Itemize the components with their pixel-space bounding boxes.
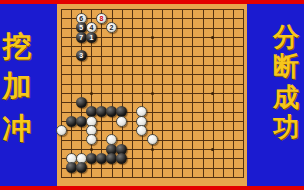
grid-cell	[183, 150, 193, 159]
grid-cell	[173, 159, 183, 168]
grid-cell	[234, 19, 244, 28]
grid-cell	[72, 85, 82, 94]
grid-cell	[214, 29, 224, 38]
grid-cell	[153, 159, 163, 168]
grid-cell	[113, 38, 123, 47]
grid-cell	[163, 29, 173, 38]
grid-cell	[224, 75, 234, 84]
grid-cell	[193, 141, 203, 150]
grid-cell	[224, 66, 234, 75]
grid-cell	[234, 57, 244, 66]
grid-cell	[204, 94, 214, 103]
grid-cell	[183, 103, 193, 112]
grid-cell	[193, 122, 203, 131]
grid-cell	[173, 10, 183, 19]
grid-cell	[102, 57, 112, 66]
grid-cell	[234, 47, 244, 56]
grid-cell	[224, 85, 234, 94]
grid-cell	[214, 113, 224, 122]
grid-cell	[143, 66, 153, 75]
grid-cell	[193, 94, 203, 103]
grid-cell	[123, 57, 133, 66]
grid-cell	[173, 47, 183, 56]
grid-cell	[183, 29, 193, 38]
grid-cell	[153, 122, 163, 131]
grid-cell	[113, 85, 123, 94]
grid-cell	[102, 66, 112, 75]
grid-cell	[214, 19, 224, 28]
grid-cell	[153, 103, 163, 112]
grid-cell	[153, 75, 163, 84]
grid-cell	[214, 159, 224, 168]
grid-cell	[224, 159, 234, 168]
grid-cell	[123, 29, 133, 38]
grid-cell	[133, 57, 143, 66]
grid-cell	[224, 113, 234, 122]
grid-cell	[214, 131, 224, 140]
grid-cell	[153, 150, 163, 159]
grid-cell	[163, 159, 173, 168]
grid-cell	[62, 47, 72, 56]
grid-cell	[92, 94, 102, 103]
grid-cell	[234, 141, 244, 150]
grid-cell	[153, 47, 163, 56]
grid-cell	[204, 10, 214, 19]
grid-cell	[204, 19, 214, 28]
grid-cell	[193, 38, 203, 47]
grid-cell	[224, 29, 234, 38]
grid-cell	[193, 57, 203, 66]
grid-cell	[193, 150, 203, 159]
star-point	[211, 148, 214, 151]
grid-cell	[214, 47, 224, 56]
grid-cell	[224, 141, 234, 150]
grid-cell	[234, 150, 244, 159]
grid-cell	[183, 10, 193, 19]
grid-cell	[82, 75, 92, 84]
grid-cell	[133, 85, 143, 94]
grid-cell	[62, 103, 72, 112]
grid-cell	[224, 94, 234, 103]
grid-cell	[204, 122, 214, 131]
grid-cell	[123, 47, 133, 56]
grid-cell	[214, 10, 224, 19]
caption-right-char-4: 功	[269, 114, 303, 141]
grid-cell	[173, 19, 183, 28]
grid-cell	[183, 47, 193, 56]
grid-cell	[224, 131, 234, 140]
grid-cell	[163, 150, 173, 159]
grid-cell	[123, 85, 133, 94]
grid-cell	[102, 94, 112, 103]
star-point	[151, 148, 154, 151]
go-lesson-screenshot: 挖 加 冲 分 断 成 功 68542713	[0, 0, 304, 190]
grid-cell	[183, 38, 193, 47]
grid-cell	[123, 94, 133, 103]
grid-cell	[133, 141, 143, 150]
grid-cell	[173, 66, 183, 75]
grid-cell	[133, 150, 143, 159]
grid-cell	[143, 94, 153, 103]
grid-cell	[204, 150, 214, 159]
grid-cell	[234, 38, 244, 47]
grid-cell	[204, 169, 214, 178]
grid-cell	[123, 75, 133, 84]
grid-cell	[224, 150, 234, 159]
grid-cell	[113, 10, 123, 19]
black-stone-move-3: 3	[76, 50, 87, 61]
grid-cell	[163, 57, 173, 66]
grid-cell	[153, 29, 163, 38]
grid-cell	[163, 19, 173, 28]
grid-cell	[153, 113, 163, 122]
grid-cell	[183, 141, 193, 150]
grid-cell	[153, 38, 163, 47]
grid-cell	[224, 169, 234, 178]
grid-cell	[214, 57, 224, 66]
grid-cell	[153, 66, 163, 75]
grid-cell	[234, 131, 244, 140]
grid-cell	[193, 103, 203, 112]
grid-cell	[224, 38, 234, 47]
grid-cell	[173, 169, 183, 178]
grid-cell	[214, 169, 224, 178]
white-stone	[147, 134, 158, 145]
grid-cell	[133, 29, 143, 38]
grid-cell	[153, 169, 163, 178]
grid-cell	[214, 122, 224, 131]
grid-cell	[123, 10, 133, 19]
white-stone-move-8: 8	[96, 13, 107, 24]
grid-cell	[234, 103, 244, 112]
grid-cell	[183, 75, 193, 84]
grid-cell	[72, 66, 82, 75]
grid-cell	[204, 103, 214, 112]
grid-cell	[102, 122, 112, 131]
grid-cell	[183, 85, 193, 94]
grid-cell	[224, 19, 234, 28]
grid-cell	[62, 29, 72, 38]
bottom-red-banner	[0, 186, 304, 190]
grid-cell	[204, 131, 214, 140]
grid-cell	[234, 159, 244, 168]
grid-cell	[234, 66, 244, 75]
grid-cell	[62, 19, 72, 28]
black-stone-move-1: 1	[86, 32, 97, 43]
grid-cell	[173, 38, 183, 47]
grid-cell	[224, 47, 234, 56]
grid-cell	[214, 66, 224, 75]
grid-cell	[133, 75, 143, 84]
grid-cell	[113, 47, 123, 56]
grid-cell	[102, 38, 112, 47]
grid-cell	[143, 47, 153, 56]
grid-cell	[183, 131, 193, 140]
grid-cell	[123, 19, 133, 28]
caption-left-char-2: 加	[0, 71, 34, 101]
grid-cell	[224, 122, 234, 131]
grid-cell	[153, 94, 163, 103]
grid-cell	[143, 38, 153, 47]
grid-cell	[193, 75, 203, 84]
grid-cell	[163, 131, 173, 140]
grid-cell	[193, 47, 203, 56]
grid-cell	[163, 85, 173, 94]
grid-cell	[173, 150, 183, 159]
white-stone	[86, 134, 97, 145]
grid-cell	[133, 159, 143, 168]
white-stone	[56, 125, 67, 136]
grid-cell	[214, 150, 224, 159]
star-point	[151, 36, 154, 39]
grid-cell	[224, 10, 234, 19]
grid-cell	[102, 47, 112, 56]
grid-cell	[234, 10, 244, 19]
caption-left-char-3: 冲	[0, 113, 34, 143]
grid-cell	[113, 169, 123, 178]
star-point	[211, 36, 214, 39]
grid-cell	[214, 103, 224, 112]
grid-cell	[193, 10, 203, 19]
grid-cell	[153, 57, 163, 66]
grid-cell	[163, 75, 173, 84]
grid-cell	[113, 94, 123, 103]
grid-cell	[62, 66, 72, 75]
grid-cell	[163, 47, 173, 56]
caption-right-char-3: 成	[269, 84, 303, 111]
caption-left-char-1: 挖	[0, 31, 34, 61]
grid-cell	[133, 10, 143, 19]
grid-cell	[163, 94, 173, 103]
grid-cell	[183, 113, 193, 122]
grid-cell	[123, 131, 133, 140]
grid-cell	[123, 38, 133, 47]
black-stone	[66, 116, 77, 127]
star-point	[151, 92, 154, 95]
grid-cell	[173, 131, 183, 140]
grid-cell	[163, 103, 173, 112]
grid-cell	[234, 75, 244, 84]
grid-cell	[72, 141, 82, 150]
grid-cell	[183, 66, 193, 75]
grid-cell	[143, 159, 153, 168]
black-stone	[76, 97, 87, 108]
grid-cell	[183, 57, 193, 66]
grid-cell	[173, 94, 183, 103]
grid-cell	[92, 75, 102, 84]
grid-cell	[113, 57, 123, 66]
grid-cell	[153, 10, 163, 19]
grid-cell	[183, 19, 193, 28]
grid-cell	[143, 169, 153, 178]
grid-cell	[62, 10, 72, 19]
grid-cell	[183, 122, 193, 131]
grid-cell	[143, 57, 153, 66]
black-stone	[76, 162, 87, 173]
grid-cell	[214, 94, 224, 103]
grid-cell	[163, 113, 173, 122]
grid-cell	[133, 19, 143, 28]
grid-cell	[133, 47, 143, 56]
grid-cell	[173, 57, 183, 66]
grid-cell	[163, 169, 173, 178]
grid-cell	[113, 75, 123, 84]
grid-cell	[92, 66, 102, 75]
grid-cell	[143, 75, 153, 84]
grid-cell	[123, 169, 133, 178]
grid-cell	[193, 113, 203, 122]
grid-cell	[72, 75, 82, 84]
grid-cell	[62, 94, 72, 103]
grid-cell	[214, 85, 224, 94]
grid-cell	[234, 122, 244, 131]
grid-cell	[183, 159, 193, 168]
grid-cell	[92, 47, 102, 56]
star-point	[90, 148, 93, 151]
grid-cell	[193, 159, 203, 168]
grid-cell	[163, 10, 173, 19]
grid-cell	[133, 66, 143, 75]
grid-cell	[173, 122, 183, 131]
grid-cell	[62, 141, 72, 150]
grid-cell	[234, 85, 244, 94]
grid-cell	[102, 85, 112, 94]
grid-cell	[82, 66, 92, 75]
top-red-banner	[0, 0, 304, 4]
grid-cell	[173, 29, 183, 38]
grid-cell	[173, 103, 183, 112]
grid-cell	[214, 75, 224, 84]
go-board[interactable]: 68542713	[57, 4, 247, 186]
grid-cell	[92, 169, 102, 178]
grid-cell	[62, 85, 72, 94]
grid-cell	[163, 38, 173, 47]
grid-cell	[193, 85, 203, 94]
grid-cell	[234, 29, 244, 38]
white-stone	[116, 116, 127, 127]
grid-cell	[72, 131, 82, 140]
grid-cell	[214, 141, 224, 150]
grid-cell	[193, 169, 203, 178]
grid-cell	[133, 94, 143, 103]
grid-cell	[143, 150, 153, 159]
grid-cell	[163, 66, 173, 75]
grid-cell	[193, 131, 203, 140]
grid-cell	[204, 57, 214, 66]
grid-cell	[193, 66, 203, 75]
grid-cell	[62, 38, 72, 47]
grid-cell	[193, 29, 203, 38]
grid-cell	[92, 57, 102, 66]
grid-cell	[173, 85, 183, 94]
black-stone	[116, 153, 127, 164]
caption-right-char-1: 分	[269, 24, 303, 51]
grid-cell	[123, 66, 133, 75]
grid-cell	[204, 159, 214, 168]
grid-cell	[143, 19, 153, 28]
black-stone	[66, 162, 77, 173]
star-point	[211, 92, 214, 95]
grid-cell	[204, 113, 214, 122]
grid-cell	[133, 38, 143, 47]
grid-cell	[173, 113, 183, 122]
grid-cell	[204, 66, 214, 75]
grid-cell	[183, 94, 193, 103]
grid-cell	[173, 75, 183, 84]
grid-cell	[62, 57, 72, 66]
grid-cell	[143, 10, 153, 19]
grid-cell	[62, 75, 72, 84]
grid-cell	[102, 75, 112, 84]
grid-cell	[183, 169, 193, 178]
grid-cell	[133, 169, 143, 178]
grid-cell	[234, 113, 244, 122]
grid-cell	[173, 141, 183, 150]
grid-cell	[214, 38, 224, 47]
grid-cell	[92, 85, 102, 94]
grid-cell	[113, 66, 123, 75]
grid-cell	[204, 38, 214, 47]
grid-cell	[224, 57, 234, 66]
grid-cell	[153, 19, 163, 28]
grid-cell	[193, 19, 203, 28]
star-point	[90, 92, 93, 95]
caption-right-char-2: 断	[269, 53, 303, 80]
grid-cell	[234, 169, 244, 178]
grid-cell	[234, 94, 244, 103]
grid-cell	[153, 85, 163, 94]
grid-cell	[224, 103, 234, 112]
grid-cell	[102, 169, 112, 178]
grid-cell	[204, 75, 214, 84]
grid-cell	[163, 141, 173, 150]
grid-cell	[204, 47, 214, 56]
grid-cell	[163, 122, 173, 131]
